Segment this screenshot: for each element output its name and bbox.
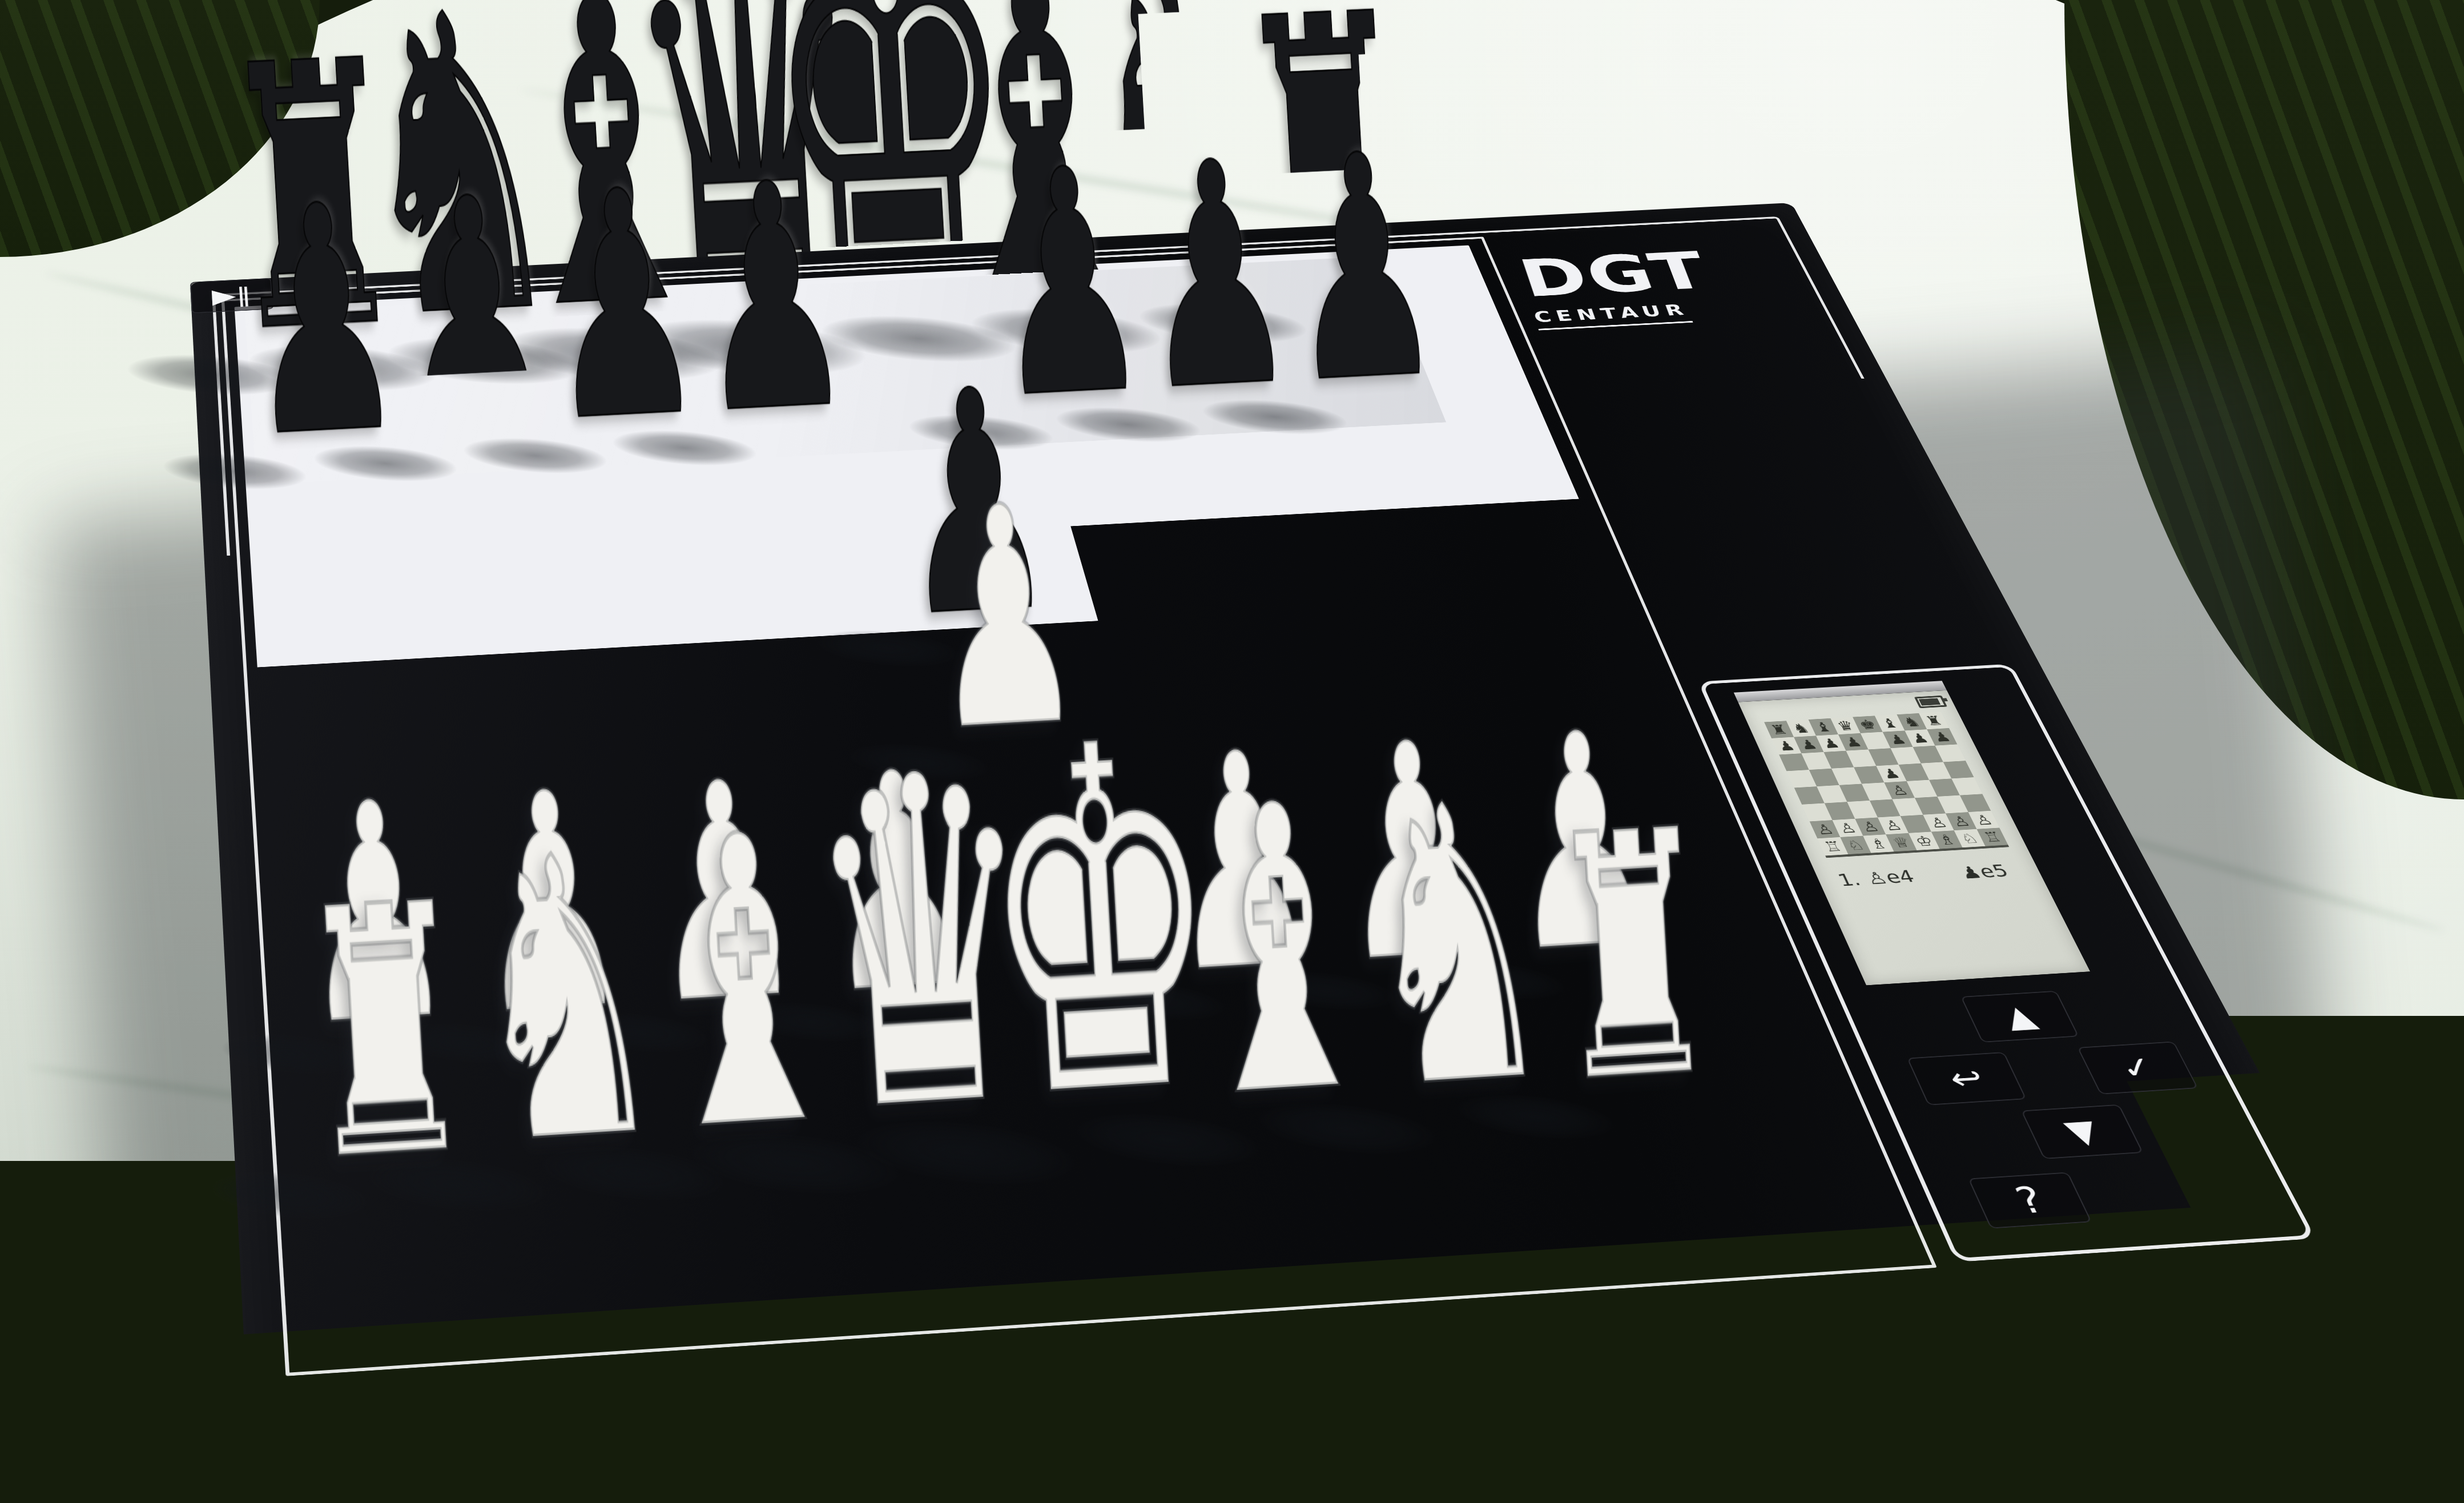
square-sensor-ring [255,312,397,406]
square-b7 [399,392,561,499]
outdoor-chess-scene: { "game": "chess", "position": { "fen": … [0,0,2464,1503]
square-c6 [561,483,732,595]
square-sensor-ring [421,497,576,602]
square-b6 [410,491,577,604]
square-sensor-ring [433,602,592,713]
square-d5 [732,578,912,697]
square-sensor-ring [276,611,432,722]
square-a5 [265,604,433,724]
square-sensor-ring [723,482,884,585]
square-sensor-ring [557,391,710,489]
square-sensor-ring [262,406,409,505]
square-b5 [421,595,594,715]
square-sensor-ring [744,585,911,695]
piece-white-knight-g1: ♞ [1351,751,1561,1142]
square-a6 [258,499,421,612]
square-d6 [712,475,886,586]
square-sensor-ring [410,399,559,497]
square-sensor-ring [573,489,731,593]
battery-icon [1914,696,1947,708]
square-c5 [577,586,753,706]
piece-cell-a1: ♜ [297,1092,490,1247]
piece-white-rook-h1: ♜ [1541,786,1725,1131]
square-c7 [546,384,712,491]
piece-white-rook-a1: ♜ [291,858,481,1209]
square-sensor-ring [589,594,752,704]
square-sensor-ring [704,384,860,481]
square-b8 [389,299,546,400]
square-c8 [532,291,693,392]
square-e8 [816,277,984,376]
piece-cell-b1: ♞ [474,1081,672,1235]
piece-cell-e1: ♚ [1000,1049,1212,1200]
square-d7 [693,377,861,483]
play-pause-button[interactable]: ▶‖ [190,278,273,314]
square-sensor-ring [269,506,420,611]
square-sensor-ring [969,276,1127,368]
square-sensor-ring [400,305,545,398]
square-sensor-ring [543,298,691,391]
square-a7 [251,399,410,507]
square-a8 [245,306,399,407]
square-f8 [958,270,1128,369]
dgt-logo-text: DGT [1513,245,1717,304]
square-sensor-ring [828,283,983,375]
square-sensor-ring [686,291,837,383]
brand-logo: DGT CENTAUR [1513,245,1727,331]
square-d8 [675,284,839,384]
piece-cell-f1: ♝ [1173,1038,1391,1189]
